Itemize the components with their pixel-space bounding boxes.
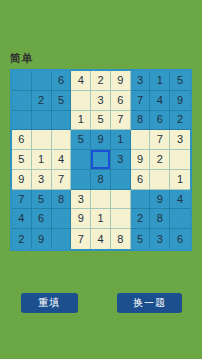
sudoku-board: 6429315253674915786265917351439293786175… (10, 69, 192, 251)
cell-r5c9[interactable] (170, 150, 190, 170)
cell-r6c4[interactable] (71, 170, 91, 190)
cell-r2c4[interactable] (71, 91, 91, 111)
cell-r3c6[interactable]: 7 (111, 111, 131, 131)
cell-r2c7[interactable]: 7 (131, 91, 151, 111)
cell-r3c5[interactable]: 5 (91, 111, 111, 131)
cell-r1c5[interactable]: 2 (91, 71, 111, 91)
cell-r5c5[interactable] (91, 150, 111, 170)
cell-r1c8[interactable]: 1 (150, 71, 170, 91)
cell-r2c6[interactable]: 6 (111, 91, 131, 111)
cell-r3c4[interactable]: 1 (71, 111, 91, 131)
cell-r2c9[interactable]: 9 (170, 91, 190, 111)
cell-r5c1[interactable]: 5 (12, 150, 32, 170)
cell-r1c1[interactable] (12, 71, 32, 91)
cell-r9c7[interactable]: 5 (131, 229, 151, 249)
cell-r4c1[interactable]: 6 (12, 130, 32, 150)
cell-r8c9[interactable] (170, 209, 190, 229)
cell-r1c2[interactable] (32, 71, 52, 91)
cell-r4c7[interactable] (131, 130, 151, 150)
cell-r6c3[interactable]: 7 (52, 170, 72, 190)
difficulty-label: 简单 (10, 51, 33, 66)
cell-r1c3[interactable]: 6 (52, 71, 72, 91)
cell-r9c1[interactable]: 2 (12, 229, 32, 249)
cell-r4c9[interactable]: 3 (170, 130, 190, 150)
cell-r3c2[interactable] (32, 111, 52, 131)
cell-r6c9[interactable]: 1 (170, 170, 190, 190)
cell-r6c8[interactable] (150, 170, 170, 190)
cell-r6c6[interactable] (111, 170, 131, 190)
cell-r8c4[interactable]: 9 (71, 209, 91, 229)
cell-r6c2[interactable]: 3 (32, 170, 52, 190)
cell-r7c6[interactable] (111, 190, 131, 210)
cell-r7c4[interactable]: 3 (71, 190, 91, 210)
cell-r3c8[interactable]: 6 (150, 111, 170, 131)
cell-r1c9[interactable]: 5 (170, 71, 190, 91)
cell-r1c6[interactable]: 9 (111, 71, 131, 91)
app-background: 简单 6429315253674915786265917351439293786… (0, 0, 202, 359)
cell-r4c5[interactable]: 9 (91, 130, 111, 150)
cell-r2c5[interactable]: 3 (91, 91, 111, 111)
cell-r7c1[interactable]: 7 (12, 190, 32, 210)
cell-r2c2[interactable]: 2 (32, 91, 52, 111)
cell-r9c5[interactable]: 4 (91, 229, 111, 249)
cell-r3c3[interactable] (52, 111, 72, 131)
cell-r7c9[interactable]: 4 (170, 190, 190, 210)
reset-button[interactable]: 重填 (21, 293, 78, 313)
cell-r5c4[interactable] (71, 150, 91, 170)
new-puzzle-button[interactable]: 换一题 (117, 293, 182, 313)
cell-r8c6[interactable] (111, 209, 131, 229)
cell-r5c7[interactable]: 9 (131, 150, 151, 170)
cell-r1c4[interactable]: 4 (71, 71, 91, 91)
cell-r4c2[interactable] (32, 130, 52, 150)
cell-r6c5[interactable]: 8 (91, 170, 111, 190)
cell-r1c7[interactable]: 3 (131, 71, 151, 91)
cell-r7c2[interactable]: 5 (32, 190, 52, 210)
cell-r9c8[interactable]: 3 (150, 229, 170, 249)
cell-r5c3[interactable]: 4 (52, 150, 72, 170)
cell-r7c8[interactable]: 9 (150, 190, 170, 210)
cell-r2c3[interactable]: 5 (52, 91, 72, 111)
cell-r7c3[interactable]: 8 (52, 190, 72, 210)
cell-r3c9[interactable]: 2 (170, 111, 190, 131)
cell-r9c2[interactable]: 9 (32, 229, 52, 249)
cell-r8c7[interactable]: 2 (131, 209, 151, 229)
cell-r4c4[interactable]: 5 (71, 130, 91, 150)
cell-r5c2[interactable]: 1 (32, 150, 52, 170)
cell-r6c7[interactable]: 6 (131, 170, 151, 190)
cell-r7c5[interactable] (91, 190, 111, 210)
cell-r5c6[interactable]: 3 (111, 150, 131, 170)
cell-r5c8[interactable]: 2 (150, 150, 170, 170)
cell-r3c7[interactable]: 8 (131, 111, 151, 131)
cell-r7c7[interactable] (131, 190, 151, 210)
cell-r2c1[interactable] (12, 91, 32, 111)
cell-r9c3[interactable] (52, 229, 72, 249)
cell-r8c8[interactable]: 8 (150, 209, 170, 229)
cell-r3c1[interactable] (12, 111, 32, 131)
cell-r6c1[interactable]: 9 (12, 170, 32, 190)
cell-r8c1[interactable]: 4 (12, 209, 32, 229)
cell-r9c9[interactable]: 6 (170, 229, 190, 249)
cell-r9c4[interactable]: 7 (71, 229, 91, 249)
cell-r8c5[interactable]: 1 (91, 209, 111, 229)
cell-r4c3[interactable] (52, 130, 72, 150)
cell-r8c3[interactable] (52, 209, 72, 229)
cell-r8c2[interactable]: 6 (32, 209, 52, 229)
cell-r4c6[interactable]: 1 (111, 130, 131, 150)
cell-r4c8[interactable]: 7 (150, 130, 170, 150)
cell-r9c6[interactable]: 8 (111, 229, 131, 249)
cell-r2c8[interactable]: 4 (150, 91, 170, 111)
